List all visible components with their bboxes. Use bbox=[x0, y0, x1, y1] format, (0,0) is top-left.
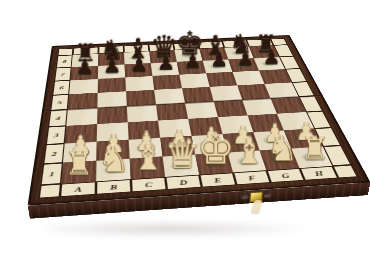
file-label: C bbox=[131, 176, 167, 191]
rank-label: 7 bbox=[54, 67, 71, 81]
black-pawn: ♟ bbox=[236, 50, 254, 69]
board-square: ♟ bbox=[98, 64, 125, 78]
chess-board: 8♜♞♝♛♚♝♞♜7♟♟♟♟♟♟♟♟65432♟♟♟♟♟♟♟♟1♜♞♝♛♚♝♞♜… bbox=[28, 35, 370, 205]
board-square bbox=[179, 73, 209, 88]
black-pawn: ♟ bbox=[75, 57, 93, 77]
white-bishop: ♝ bbox=[132, 140, 164, 174]
file-label: E bbox=[199, 172, 236, 187]
board-square bbox=[126, 89, 156, 105]
board-square bbox=[214, 99, 248, 116]
board-grid: 8♜♞♝♛♚♝♞♜7♟♟♟♟♟♟♟♟65432♟♟♟♟♟♟♟♟1♜♞♝♛♚♝♞♜… bbox=[39, 38, 358, 198]
perspective-scene: 8♜♞♝♛♚♝♞♜7♟♟♟♟♟♟♟♟65432♟♟♟♟♟♟♟♟1♜♞♝♛♚♝♞♜… bbox=[0, 0, 370, 263]
board-square: ♟ bbox=[70, 65, 98, 79]
rank-label: 3 bbox=[46, 125, 67, 144]
board-square bbox=[182, 86, 214, 102]
white-queen: ♛ bbox=[164, 134, 200, 172]
board-square bbox=[152, 74, 182, 89]
file-label: G bbox=[266, 168, 304, 183]
board-square: ♟ bbox=[177, 60, 206, 74]
border-cell bbox=[39, 183, 61, 198]
black-pawn: ♟ bbox=[156, 53, 174, 72]
board-square: ♞ bbox=[260, 148, 300, 170]
rank-label: 5 bbox=[50, 94, 69, 110]
black-pawn: ♟ bbox=[183, 52, 201, 71]
file-label: B bbox=[96, 179, 132, 194]
board-square bbox=[210, 85, 242, 101]
board-square bbox=[127, 104, 158, 122]
board-square bbox=[125, 76, 154, 91]
black-pawn: ♟ bbox=[262, 48, 280, 67]
board-square bbox=[242, 98, 277, 115]
board-square: ♟ bbox=[254, 56, 285, 70]
board-square: ♞ bbox=[96, 158, 131, 181]
board-square: ♛ bbox=[163, 154, 200, 176]
chess-set-product-photo: 8♜♞♝♛♚♝♞♜7♟♟♟♟♟♟♟♟65432♟♟♟♟♟♟♟♟1♜♞♝♛♚♝♞♜… bbox=[0, 0, 370, 263]
white-rook: ♜ bbox=[64, 148, 93, 178]
board-square: ♝ bbox=[130, 156, 166, 179]
black-pawn: ♟ bbox=[130, 55, 148, 74]
rank-label: 6 bbox=[52, 80, 70, 95]
rank-label: 1 bbox=[40, 162, 63, 184]
board-square: ♟ bbox=[228, 58, 259, 72]
board-square bbox=[98, 77, 126, 92]
board-square bbox=[185, 101, 218, 118]
black-pawn: ♟ bbox=[210, 51, 228, 70]
latch-hook bbox=[251, 199, 263, 213]
white-king: ♚ bbox=[197, 130, 235, 170]
rank-label: 8 bbox=[56, 55, 73, 68]
board-square bbox=[233, 70, 265, 85]
white-rook: ♜ bbox=[301, 134, 329, 163]
board-square: ♜ bbox=[61, 160, 96, 183]
black-pawn: ♟ bbox=[102, 56, 120, 75]
white-bishop: ♝ bbox=[233, 134, 264, 167]
file-label: A bbox=[60, 181, 96, 196]
file-label: D bbox=[165, 174, 202, 189]
board-square bbox=[66, 107, 97, 125]
board-square: ♟ bbox=[203, 59, 233, 73]
file-label: H bbox=[300, 166, 339, 181]
board-square bbox=[69, 78, 98, 93]
white-knight: ♞ bbox=[98, 142, 130, 176]
board-square: ♟ bbox=[125, 63, 153, 77]
file-label: F bbox=[233, 170, 271, 185]
white-knight: ♞ bbox=[266, 132, 297, 165]
board-square: ♚ bbox=[195, 152, 233, 174]
border-cell bbox=[332, 164, 358, 177]
board-square: ♟ bbox=[151, 62, 180, 76]
rank-label: 4 bbox=[48, 109, 68, 126]
rank-label: 2 bbox=[43, 143, 65, 163]
